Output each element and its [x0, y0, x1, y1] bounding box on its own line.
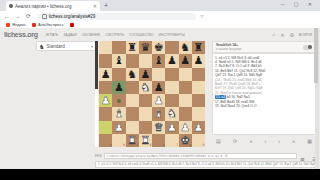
square-a1[interactable]: a: [99, 134, 112, 147]
square-h7[interactable]: ♟: [192, 54, 205, 67]
square-h4[interactable]: [192, 94, 205, 107]
square-c1[interactable]: ♜c: [126, 134, 139, 147]
black-rook-h8[interactable]: ♜: [192, 41, 205, 54]
square-d4[interactable]: [139, 94, 152, 107]
square-b2[interactable]: ♟: [112, 121, 125, 134]
last-move-button[interactable]: »: [292, 138, 295, 144]
move-dest-dot-b4[interactable]: [117, 99, 121, 103]
square-e2[interactable]: ♛: [152, 121, 165, 134]
square-b4[interactable]: [112, 94, 125, 107]
black-bishop-e7[interactable]: ♝: [152, 54, 165, 67]
coord-file-c: c: [137, 143, 138, 147]
black-king-e8[interactable]: ♚: [152, 41, 165, 54]
white-knight-f3[interactable]: ♞: [165, 107, 178, 120]
nav-item-задачи[interactable]: Задачи: [63, 33, 76, 37]
square-f7[interactable]: ♟: [165, 54, 178, 67]
square-d2[interactable]: [139, 121, 152, 134]
search-icon[interactable]: ⌕: [272, 31, 275, 38]
square-g7[interactable]: ♟: [179, 54, 192, 67]
square-c7[interactable]: [126, 54, 139, 67]
nav-item-смотреть[interactable]: Смотреть: [105, 33, 124, 37]
square-c5[interactable]: [126, 81, 139, 94]
square-e4[interactable]: ♟: [152, 94, 165, 107]
board-menu-icon[interactable]: ▦: [307, 138, 312, 144]
current-move[interactable]: 15. a4: [215, 95, 226, 99]
black-knight-g8[interactable]: ♞: [179, 41, 192, 54]
square-f4[interactable]: [165, 94, 178, 107]
square-b7[interactable]: ♝: [112, 54, 125, 67]
coord-file-a: a: [110, 143, 112, 147]
first-move-button[interactable]: «: [249, 138, 252, 144]
bookmark-favicon: [70, 23, 74, 27]
square-a8[interactable]: [99, 41, 112, 54]
square-g2[interactable]: ♟: [179, 121, 192, 134]
window-controls[interactable]: ─ ▢ ✕: [281, 1, 316, 7]
engine-subtext: в вашем браузере: [216, 47, 303, 51]
black-pawn-h7[interactable]: ♟: [192, 54, 205, 67]
browser-nav-buttons[interactable]: ← → ⟳: [4, 13, 33, 19]
browser-tab[interactable]: Анализ партии • lichess.org ✕: [6, 1, 100, 11]
move-line[interactable]: 19. Ne4 Nxe4 20. Qxe4 O-O: [215, 104, 313, 108]
square-g5[interactable]: [179, 81, 192, 94]
bookmark-star-icon[interactable]: ☆: [200, 13, 204, 19]
list-icon[interactable]: ▤: [216, 138, 221, 144]
white-pawn-e4[interactable]: ♟: [152, 94, 165, 107]
main-nav: ИгратьЗадачиОбучениеСмотретьСообществоИн…: [46, 33, 190, 37]
white-bishop-e3[interactable]: ♝: [152, 107, 165, 120]
site-favicon: [9, 4, 13, 8]
square-g8[interactable]: ♞: [179, 41, 192, 54]
square-e5[interactable]: ♟: [152, 81, 165, 94]
flip-icon[interactable]: ⟳: [233, 138, 237, 144]
gear-icon[interactable]: ⚙: [289, 32, 293, 38]
square-d6[interactable]: ♟: [139, 68, 152, 81]
move-list[interactable]: 1. e4 c5 2. Nf3 Nc6 3. d4 cxd44. Nxd4 e5…: [212, 53, 316, 135]
black-pawn-b5[interactable]: ♟: [112, 81, 125, 94]
square-a3[interactable]: [99, 107, 112, 120]
black-pawn-d6[interactable]: ♟: [139, 68, 152, 81]
fen-row: FEN 2rqk1nr/1b2bppp/p1np4/1p1Np3/P3P3/1B…: [95, 152, 316, 159]
address-bar: ← → ⟳ lichess.org/analysis#29 ☆: [0, 11, 320, 21]
square-e1[interactable]: e: [152, 134, 165, 147]
square-d1[interactable]: ♜d: [139, 134, 152, 147]
bookmark-favicon: [32, 23, 36, 27]
fen-input[interactable]: 2rqk1nr/1b2bppp/p1np4/1p1Np3/P3P3/1B2BN2…: [104, 153, 297, 159]
white-bishop-b3[interactable]: ♝: [112, 107, 125, 120]
chess-board[interactable]: ♜♛♚♞♜♝♝♟♟♟♟♞♟♟♞♟♟♟♝♝♞♟♛♟♟♟ab♜c♜def♚gh: [99, 41, 205, 147]
url-field[interactable]: lichess.org/analysis#29: [38, 13, 196, 20]
square-a2[interactable]: [99, 121, 112, 134]
square-b5[interactable]: ♟: [112, 81, 125, 94]
square-b1[interactable]: b: [112, 134, 125, 147]
coord-file-d: d: [150, 143, 152, 147]
bookmark-item[interactable]: Яндекс: [6, 22, 26, 27]
playback-controls: ▤⟳«‹›»▦: [212, 137, 316, 145]
white-pawn-a4[interactable]: ♟: [99, 94, 112, 107]
square-c8[interactable]: ♜: [126, 41, 139, 54]
square-h1[interactable]: h: [192, 134, 205, 147]
fen-label: FEN: [95, 154, 102, 158]
knight-icon: ♞: [39, 43, 44, 50]
letterbox-bar: [0, 169, 320, 180]
prev-move-button[interactable]: ‹: [264, 138, 266, 144]
square-h5[interactable]: [192, 81, 205, 94]
square-f3[interactable]: ♞: [165, 107, 178, 120]
square-d5[interactable]: ♞: [139, 81, 152, 94]
engine-toggle[interactable]: [303, 45, 312, 50]
black-queen-d8[interactable]: ♛: [139, 41, 152, 54]
square-c2[interactable]: [126, 121, 139, 134]
nav-item-сообщество[interactable]: Сообщество: [129, 33, 154, 37]
square-f5[interactable]: [165, 81, 178, 94]
square-g4[interactable]: [179, 94, 192, 107]
square-h2[interactable]: ♟: [192, 121, 205, 134]
tab-strip: Анализ партии • lichess.org ✕ + ─ ▢ ✕: [0, 0, 320, 11]
variant-label: Standard: [46, 44, 91, 49]
square-h6[interactable]: [192, 68, 205, 81]
analysis-panel: Stockfish 14+ в вашем браузере 1. e4 c5 …: [212, 41, 316, 153]
square-e6[interactable]: [152, 68, 165, 81]
black-bishop-b7[interactable]: ♝: [112, 54, 125, 67]
page-scrollbar[interactable]: [315, 28, 319, 169]
tab-close-icon[interactable]: ✕: [93, 3, 97, 9]
square-b8[interactable]: [112, 41, 125, 54]
square-f1[interactable]: f: [165, 134, 178, 147]
coord-file-e: e: [163, 143, 165, 147]
square-c4[interactable]: [126, 94, 139, 107]
square-b6[interactable]: [112, 68, 125, 81]
black-pawn-g7[interactable]: ♟: [179, 54, 192, 67]
coord-file-g: g: [189, 143, 191, 147]
bookmark-item[interactable]: АлиЭкспресс: [32, 22, 64, 27]
square-f8[interactable]: [165, 41, 178, 54]
browser-window: Анализ партии • lichess.org ✕ + ─ ▢ ✕ ← …: [0, 0, 320, 180]
white-pawn-f2[interactable]: ♟: [165, 121, 178, 134]
new-tab-button[interactable]: +: [104, 2, 108, 9]
tab-title: Анализ партии • lichess.org: [15, 4, 91, 9]
black-rook-c8[interactable]: ♜: [126, 41, 139, 54]
nav-item-инструменты[interactable]: Инструменты: [159, 33, 185, 37]
square-h3[interactable]: [192, 107, 205, 120]
chevron-down-icon: ▾: [91, 44, 93, 49]
square-b3[interactable]: ♝: [112, 107, 125, 120]
engine-box: Stockfish 14+ в вашем браузере: [212, 41, 316, 53]
square-f6[interactable]: [165, 68, 178, 81]
white-queen-e2[interactable]: ♛: [152, 121, 165, 134]
square-e8[interactable]: ♚: [152, 41, 165, 54]
next-move-button[interactable]: ›: [278, 138, 280, 144]
square-g1[interactable]: ♚g: [179, 134, 192, 147]
nav-item-играть[interactable]: Играть: [46, 33, 59, 37]
square-a6[interactable]: ♟: [99, 68, 112, 81]
variant-select[interactable]: ♞ Standard ▾: [36, 41, 96, 51]
square-f2[interactable]: ♟: [165, 121, 178, 134]
square-g3[interactable]: [179, 107, 192, 120]
challenge-icon[interactable]: ✕: [280, 32, 284, 38]
lichess-logo[interactable]: lichess.org: [4, 31, 38, 38]
header-icons: ⌕ ✕ ⚙ Войти: [267, 31, 316, 38]
square-d3[interactable]: [139, 107, 152, 120]
black-pawn-a6[interactable]: ♟: [99, 68, 112, 81]
padlock-icon: [42, 14, 47, 19]
square-g6[interactable]: [179, 68, 192, 81]
square-a7[interactable]: [99, 54, 112, 67]
coord-file-b: b: [123, 143, 125, 147]
url-text[interactable]: lichess.org/analysis#29: [49, 14, 96, 19]
black-pawn-e5[interactable]: ♟: [152, 81, 165, 94]
nav-item-обучение[interactable]: Обучение: [82, 33, 101, 37]
square-d7[interactable]: [139, 54, 152, 67]
black-knight-c6[interactable]: ♞: [126, 68, 139, 81]
white-pawn-g2[interactable]: ♟: [179, 121, 192, 134]
black-pawn-f7[interactable]: ♟: [165, 54, 178, 67]
bookmark-label: Яндекс: [12, 22, 26, 27]
white-knight-d5[interactable]: ♞: [139, 81, 152, 94]
white-pawn-b2[interactable]: ♟: [112, 121, 125, 134]
coord-file-h: h: [203, 143, 205, 147]
square-e3[interactable]: ♝: [152, 107, 165, 120]
square-a5[interactable]: [99, 81, 112, 94]
lichess-page: lichess.org ИгратьЗадачиОбучениеСмотреть…: [0, 28, 320, 169]
bookmark-favicon: [6, 23, 10, 27]
square-e7[interactable]: ♝: [152, 54, 165, 67]
square-d8[interactable]: ♛: [139, 41, 152, 54]
bookmark-label: АлиЭкспресс: [38, 22, 64, 27]
pgn-input[interactable]: 1. e4 c5 2. Nf3 Nc6 3. d4 cxd4 4. Nxd4 e…: [95, 161, 316, 168]
square-h8[interactable]: ♜: [192, 41, 205, 54]
square-a4[interactable]: ♟: [99, 94, 112, 107]
eval-gauge: [95, 41, 98, 147]
sign-in-button[interactable]: Войти: [299, 33, 312, 37]
site-header: lichess.org ИгратьЗадачиОбучениеСмотреть…: [0, 29, 316, 40]
square-c3[interactable]: [126, 107, 139, 120]
bookmark-item[interactable]: [70, 23, 76, 27]
white-pawn-h2[interactable]: ♟: [192, 121, 205, 134]
pgn-row: 1. e4 c5 2. Nf3 Nc6 3. d4 cxd4 4. Nxd4 e…: [95, 160, 316, 168]
square-c6[interactable]: ♞: [126, 68, 139, 81]
